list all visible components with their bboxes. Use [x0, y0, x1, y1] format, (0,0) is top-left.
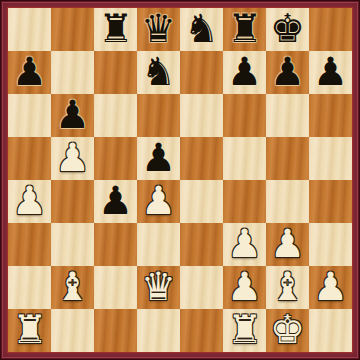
white-king-piece: ♚ — [270, 308, 305, 351]
square-g2[interactable]: ♝ — [266, 266, 309, 309]
white-pawn-piece: ♟ — [227, 222, 262, 265]
white-pawn-piece: ♟ — [141, 179, 176, 222]
square-a7[interactable]: ♟ — [8, 51, 51, 94]
square-e5[interactable] — [180, 137, 223, 180]
white-bishop-piece: ♝ — [270, 265, 305, 308]
white-pawn-piece: ♟ — [313, 265, 348, 308]
square-e6[interactable] — [180, 94, 223, 137]
square-d3[interactable] — [137, 223, 180, 266]
square-e3[interactable] — [180, 223, 223, 266]
square-a5[interactable] — [8, 137, 51, 180]
white-rook-piece: ♜ — [12, 308, 47, 351]
square-b7[interactable] — [51, 51, 94, 94]
black-pawn-piece: ♟ — [270, 50, 305, 93]
black-pawn-piece: ♟ — [313, 50, 348, 93]
black-knight-piece: ♞ — [184, 7, 219, 50]
square-b1[interactable] — [51, 309, 94, 352]
black-pawn-piece: ♟ — [55, 93, 90, 136]
square-d5[interactable]: ♟ — [137, 137, 180, 180]
board-frame: ♜♛♞♜♚♟♞♟♟♟♟♟♟♟♟♟♟♟♝♛♟♝♟♜♜♚ — [0, 0, 360, 360]
square-c8[interactable]: ♜ — [94, 8, 137, 51]
square-e1[interactable] — [180, 309, 223, 352]
square-c4[interactable]: ♟ — [94, 180, 137, 223]
square-g6[interactable] — [266, 94, 309, 137]
white-pawn-piece: ♟ — [12, 179, 47, 222]
square-a4[interactable]: ♟ — [8, 180, 51, 223]
square-f6[interactable] — [223, 94, 266, 137]
white-pawn-piece: ♟ — [227, 265, 262, 308]
square-h5[interactable] — [309, 137, 352, 180]
square-a2[interactable] — [8, 266, 51, 309]
square-h6[interactable] — [309, 94, 352, 137]
square-b6[interactable]: ♟ — [51, 94, 94, 137]
square-g4[interactable] — [266, 180, 309, 223]
square-a6[interactable] — [8, 94, 51, 137]
black-rook-piece: ♜ — [98, 7, 133, 50]
black-pawn-piece: ♟ — [141, 136, 176, 179]
square-d4[interactable]: ♟ — [137, 180, 180, 223]
square-d6[interactable] — [137, 94, 180, 137]
square-e2[interactable] — [180, 266, 223, 309]
black-pawn-piece: ♟ — [227, 50, 262, 93]
square-f7[interactable]: ♟ — [223, 51, 266, 94]
black-pawn-piece: ♟ — [12, 50, 47, 93]
chess-board: ♜♛♞♜♚♟♞♟♟♟♟♟♟♟♟♟♟♟♝♛♟♝♟♜♜♚ — [8, 8, 352, 352]
square-e7[interactable] — [180, 51, 223, 94]
square-h1[interactable] — [309, 309, 352, 352]
square-a3[interactable] — [8, 223, 51, 266]
square-c3[interactable] — [94, 223, 137, 266]
square-f1[interactable]: ♜ — [223, 309, 266, 352]
white-queen-piece: ♛ — [141, 265, 176, 308]
square-h3[interactable] — [309, 223, 352, 266]
square-g5[interactable] — [266, 137, 309, 180]
white-rook-piece: ♜ — [227, 308, 262, 351]
square-a8[interactable] — [8, 8, 51, 51]
square-f5[interactable] — [223, 137, 266, 180]
white-pawn-piece: ♟ — [55, 136, 90, 179]
square-c6[interactable] — [94, 94, 137, 137]
square-f2[interactable]: ♟ — [223, 266, 266, 309]
square-c1[interactable] — [94, 309, 137, 352]
square-a1[interactable]: ♜ — [8, 309, 51, 352]
square-h2[interactable]: ♟ — [309, 266, 352, 309]
square-g3[interactable]: ♟ — [266, 223, 309, 266]
black-pawn-piece: ♟ — [98, 179, 133, 222]
square-g7[interactable]: ♟ — [266, 51, 309, 94]
square-b5[interactable]: ♟ — [51, 137, 94, 180]
square-d7[interactable]: ♞ — [137, 51, 180, 94]
square-c7[interactable] — [94, 51, 137, 94]
square-d8[interactable]: ♛ — [137, 8, 180, 51]
black-rook-piece: ♜ — [227, 7, 262, 50]
square-f4[interactable] — [223, 180, 266, 223]
square-e8[interactable]: ♞ — [180, 8, 223, 51]
square-b2[interactable]: ♝ — [51, 266, 94, 309]
black-king-piece: ♚ — [270, 7, 305, 50]
square-b3[interactable] — [51, 223, 94, 266]
square-f3[interactable]: ♟ — [223, 223, 266, 266]
square-g1[interactable]: ♚ — [266, 309, 309, 352]
square-c5[interactable] — [94, 137, 137, 180]
square-f8[interactable]: ♜ — [223, 8, 266, 51]
square-d1[interactable] — [137, 309, 180, 352]
white-bishop-piece: ♝ — [55, 265, 90, 308]
black-knight-piece: ♞ — [141, 50, 176, 93]
square-d2[interactable]: ♛ — [137, 266, 180, 309]
square-c2[interactable] — [94, 266, 137, 309]
square-h4[interactable] — [309, 180, 352, 223]
square-g8[interactable]: ♚ — [266, 8, 309, 51]
square-h8[interactable] — [309, 8, 352, 51]
square-h7[interactable]: ♟ — [309, 51, 352, 94]
white-pawn-piece: ♟ — [270, 222, 305, 265]
square-e4[interactable] — [180, 180, 223, 223]
black-queen-piece: ♛ — [141, 7, 176, 50]
square-b8[interactable] — [51, 8, 94, 51]
square-b4[interactable] — [51, 180, 94, 223]
